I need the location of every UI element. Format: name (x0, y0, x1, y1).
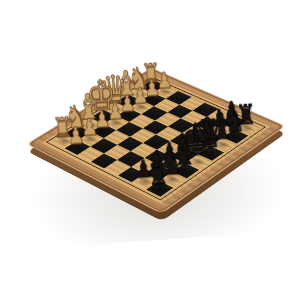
product-photo-scene: Overhead angled product photo of a woode… (0, 0, 300, 300)
board-surface: ♜♟♟♜♞♟♟♞♝♟♟♝♛♟♟♛♚♟♟♚♝♟♟♝♞♟♟♞♜♟♟♜ (42, 75, 271, 203)
black-rook-glyph: ♜ (137, 159, 180, 190)
white-pawn-glyph: ♟ (56, 123, 96, 149)
board-perspective-stage: ♜♟♟♜♞♟♟♞♝♟♟♝♛♟♟♛♚♟♟♚♝♟♟♝♞♟♟♞♜♟♟♜ (58, 37, 254, 233)
